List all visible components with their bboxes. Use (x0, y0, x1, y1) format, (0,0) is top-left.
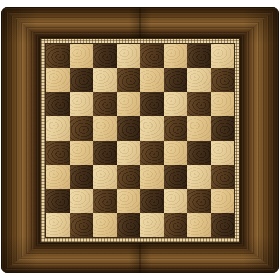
board-square[interactable] (140, 68, 164, 92)
board-square[interactable] (117, 213, 141, 237)
board-square[interactable] (70, 44, 94, 68)
board-square[interactable] (70, 92, 94, 116)
board-square[interactable] (46, 189, 70, 213)
board-square[interactable] (140, 141, 164, 165)
board-square[interactable] (164, 213, 188, 237)
board-square[interactable] (211, 92, 235, 116)
board-square[interactable] (140, 92, 164, 116)
board-square[interactable] (211, 141, 235, 165)
board-square[interactable] (46, 92, 70, 116)
dotted-inlay-frame (40, 38, 240, 243)
board-square[interactable] (187, 92, 211, 116)
board-square[interactable] (117, 189, 141, 213)
board-square[interactable] (70, 116, 94, 140)
board-square[interactable] (187, 141, 211, 165)
board-square[interactable] (93, 213, 117, 237)
board-square[interactable] (164, 165, 188, 189)
board-square[interactable] (164, 44, 188, 68)
board-square[interactable] (140, 165, 164, 189)
board-square[interactable] (187, 165, 211, 189)
walnut-border-right (240, 7, 279, 273)
board-square[interactable] (211, 116, 235, 140)
board-square[interactable] (46, 116, 70, 140)
board-square[interactable] (211, 213, 235, 237)
board-square[interactable] (70, 213, 94, 237)
board-square[interactable] (187, 44, 211, 68)
board-square[interactable] (140, 189, 164, 213)
board-square[interactable] (93, 141, 117, 165)
board-square[interactable] (117, 141, 141, 165)
board-square[interactable] (70, 68, 94, 92)
board-square[interactable] (164, 141, 188, 165)
board-square[interactable] (46, 213, 70, 237)
board-square[interactable] (93, 68, 117, 92)
board-square[interactable] (140, 44, 164, 68)
board-square[interactable] (140, 213, 164, 237)
board-square[interactable] (117, 92, 141, 116)
product-photo-background (0, 0, 280, 280)
board-square[interactable] (46, 44, 70, 68)
board-square[interactable] (187, 116, 211, 140)
board-square[interactable] (211, 165, 235, 189)
board-square[interactable] (117, 68, 141, 92)
board-square[interactable] (164, 189, 188, 213)
board-square[interactable] (70, 141, 94, 165)
board-square[interactable] (164, 92, 188, 116)
board-square[interactable] (164, 116, 188, 140)
board-square[interactable] (140, 116, 164, 140)
board-square[interactable] (46, 68, 70, 92)
board-square[interactable] (93, 92, 117, 116)
board-square[interactable] (46, 165, 70, 189)
board-square[interactable] (211, 44, 235, 68)
board-square[interactable] (93, 189, 117, 213)
board-square[interactable] (187, 68, 211, 92)
walnut-border-left (1, 7, 40, 273)
board-square[interactable] (93, 44, 117, 68)
board-square[interactable] (211, 189, 235, 213)
board-square[interactable] (187, 189, 211, 213)
board-square[interactable] (70, 189, 94, 213)
board-square[interactable] (187, 213, 211, 237)
center-fold-seam-top (139, 7, 141, 38)
board-square[interactable] (117, 44, 141, 68)
chessboard (1, 7, 279, 273)
board-grid (45, 43, 235, 238)
board-square[interactable] (211, 68, 235, 92)
board-square[interactable] (46, 141, 70, 165)
board-square[interactable] (117, 116, 141, 140)
center-fold-seam-bottom (139, 243, 141, 273)
board-square[interactable] (93, 116, 117, 140)
board-square[interactable] (117, 165, 141, 189)
board-square[interactable] (93, 165, 117, 189)
board-square[interactable] (70, 165, 94, 189)
board-square[interactable] (164, 68, 188, 92)
